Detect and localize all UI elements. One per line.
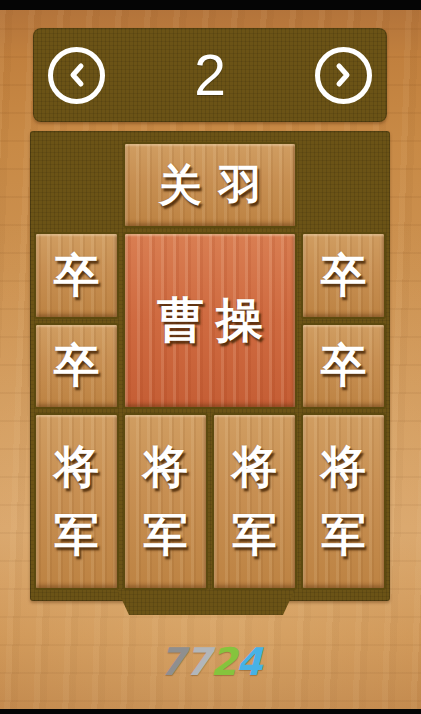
block-soldier-1[interactable]: 卒 [34,232,119,318]
app-screen: 2 关羽卒曹操卒卒卒将军将军将军将军 7724 [0,0,421,714]
block-label: 曹操 [157,297,275,344]
block-label: 关羽 [159,164,279,207]
block-label: 卒 [321,253,367,299]
next-level-button[interactable] [315,47,372,104]
prev-level-button[interactable] [48,47,105,104]
block-soldier-2[interactable]: 卒 [301,232,386,318]
status-bar-bottom [0,709,421,714]
logo-digit: 7 [160,643,185,681]
block-general-1[interactable]: 将军 [34,413,119,590]
block-label: 军 [143,513,188,558]
block-label: 将 [232,445,277,490]
chevron-right-icon [330,60,356,90]
chevron-left-icon [64,60,90,90]
block-soldier-3[interactable]: 卒 [34,323,119,409]
block-label: 将 [143,445,188,490]
block-label: 卒 [54,343,100,389]
level-selector-bar: 2 [33,28,387,122]
logo-digit: 4 [236,643,261,681]
board-grid: 关羽卒曹操卒卒卒将军将军将军将军 [34,142,386,590]
logo-digit: 7 [185,643,210,681]
block-label: 卒 [321,343,367,389]
block-label: 将 [54,445,99,490]
status-bar-top [0,0,421,10]
logo-digit: 2 [211,643,236,681]
level-number: 2 [194,47,226,104]
block-guanyu[interactable]: 关羽 [123,142,297,228]
block-label: 军 [232,513,277,558]
block-label: 卒 [54,253,100,299]
block-general-2[interactable]: 将军 [123,413,208,590]
logo-7724: 7724 [0,640,421,684]
puzzle-board: 关羽卒曹操卒卒卒将军将军将军将军 [30,131,390,601]
block-general-3[interactable]: 将军 [212,413,297,590]
block-soldier-4[interactable]: 卒 [301,323,386,409]
block-general-4[interactable]: 将军 [301,413,386,590]
block-label: 军 [321,513,366,558]
block-label: 军 [54,513,99,558]
block-label: 将 [321,445,366,490]
block-caocao[interactable]: 曹操 [123,232,297,409]
exit-notch [117,589,295,615]
